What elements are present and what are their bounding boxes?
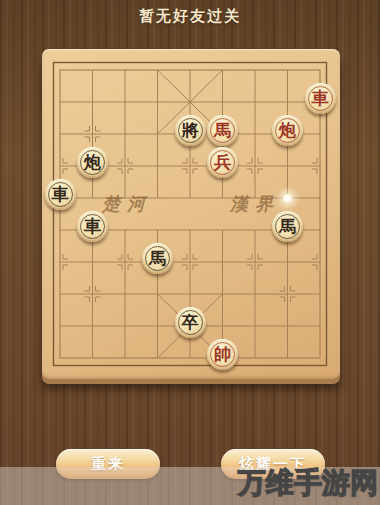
piece-red-兵[interactable]: 兵 — [207, 147, 238, 178]
page-title: 暂无好友过关 — [0, 7, 380, 26]
piece-red-炮[interactable]: 炮 — [272, 115, 303, 146]
piece-character: 兵 — [207, 147, 238, 178]
piece-character: 馬 — [142, 243, 173, 274]
piece-character: 帥 — [207, 339, 238, 370]
piece-character: 馬 — [207, 115, 238, 146]
piece-character: 炮 — [272, 115, 303, 146]
piece-black-馬[interactable]: 馬 — [272, 211, 303, 242]
xiangqi-board[interactable]: 楚河 漢界 車將馬炮炮兵車車馬馬卒帥 — [42, 49, 340, 379]
piece-grid: 車將馬炮炮兵車車馬馬卒帥 — [44, 54, 337, 374]
piece-black-車[interactable]: 車 — [77, 211, 108, 242]
piece-character: 車 — [77, 211, 108, 242]
piece-character: 馬 — [272, 211, 303, 242]
piece-red-帥[interactable]: 帥 — [207, 339, 238, 370]
piece-black-馬[interactable]: 馬 — [142, 243, 173, 274]
piece-character: 炮 — [77, 147, 108, 178]
piece-black-炮[interactable]: 炮 — [77, 147, 108, 178]
piece-black-卒[interactable]: 卒 — [175, 307, 206, 338]
piece-red-馬[interactable]: 馬 — [207, 115, 238, 146]
piece-character: 卒 — [175, 307, 206, 338]
piece-character: 車 — [45, 179, 76, 210]
piece-character: 車 — [305, 83, 336, 114]
piece-black-將[interactable]: 將 — [175, 115, 206, 146]
move-highlight-dot — [283, 194, 292, 203]
piece-red-車[interactable]: 車 — [305, 83, 336, 114]
piece-black-車[interactable]: 車 — [45, 179, 76, 210]
watermark-text: 万维手游网 — [238, 464, 378, 502]
piece-character: 將 — [175, 115, 206, 146]
